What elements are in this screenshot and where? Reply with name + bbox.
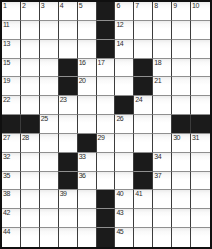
white-cell[interactable] xyxy=(134,21,153,40)
white-cell[interactable]: 21 xyxy=(153,77,172,96)
white-cell[interactable] xyxy=(172,21,191,40)
white-cell[interactable]: 41 xyxy=(134,190,153,209)
white-cell[interactable]: 2 xyxy=(21,2,40,21)
clue-number: 13 xyxy=(3,40,10,48)
clue-number: 14 xyxy=(116,40,123,48)
white-cell[interactable] xyxy=(40,172,59,191)
white-cell[interactable] xyxy=(78,190,97,209)
white-cell[interactable]: 6 xyxy=(115,2,134,21)
white-cell[interactable] xyxy=(78,228,97,247)
white-cell[interactable]: 42 xyxy=(2,209,21,228)
clue-number: 15 xyxy=(3,59,10,67)
clue-number: 7 xyxy=(135,2,138,10)
white-cell[interactable] xyxy=(40,59,59,78)
clue-number: 42 xyxy=(3,209,10,217)
white-cell[interactable] xyxy=(172,153,191,172)
white-cell[interactable]: 17 xyxy=(97,59,116,78)
white-cell[interactable] xyxy=(21,209,40,228)
white-cell[interactable] xyxy=(153,115,172,134)
white-cell[interactable] xyxy=(40,153,59,172)
white-cell[interactable] xyxy=(134,115,153,134)
white-cell[interactable]: 40 xyxy=(115,190,134,209)
black-cell xyxy=(191,115,210,134)
white-cell[interactable]: 27 xyxy=(2,134,21,153)
white-cell[interactable] xyxy=(59,209,78,228)
clue-number: 39 xyxy=(60,190,67,198)
clue-number: 40 xyxy=(116,190,123,198)
white-cell[interactable] xyxy=(172,59,191,78)
white-cell[interactable] xyxy=(40,209,59,228)
white-cell[interactable] xyxy=(59,134,78,153)
clue-number: 29 xyxy=(98,134,105,142)
black-cell xyxy=(59,59,78,78)
clue-number: 9 xyxy=(173,2,176,10)
black-cell xyxy=(97,2,116,21)
white-cell[interactable] xyxy=(21,59,40,78)
white-cell[interactable] xyxy=(191,153,210,172)
white-cell[interactable] xyxy=(134,40,153,59)
white-cell[interactable] xyxy=(191,40,210,59)
white-cell[interactable] xyxy=(191,77,210,96)
black-cell xyxy=(97,21,116,40)
clue-number: 12 xyxy=(116,21,123,29)
white-cell[interactable] xyxy=(78,21,97,40)
white-cell[interactable] xyxy=(153,96,172,115)
white-cell[interactable]: 24 xyxy=(134,96,153,115)
clue-number: 3 xyxy=(41,2,44,10)
white-cell[interactable] xyxy=(40,134,59,153)
clue-number: 10 xyxy=(192,2,199,10)
black-cell xyxy=(97,40,116,59)
clue-number: 43 xyxy=(116,209,123,217)
white-cell[interactable] xyxy=(191,96,210,115)
clue-number: 44 xyxy=(3,228,10,236)
white-cell[interactable] xyxy=(21,77,40,96)
white-cell[interactable] xyxy=(172,190,191,209)
white-cell[interactable]: 37 xyxy=(153,172,172,191)
white-cell[interactable] xyxy=(153,21,172,40)
clue-number: 36 xyxy=(79,172,86,180)
white-cell[interactable]: 34 xyxy=(153,153,172,172)
white-cell[interactable] xyxy=(21,21,40,40)
white-cell[interactable]: 23 xyxy=(59,96,78,115)
clue-number: 34 xyxy=(154,153,161,161)
black-cell xyxy=(134,172,153,191)
black-cell xyxy=(97,190,116,209)
white-cell[interactable] xyxy=(172,228,191,247)
clue-number: 30 xyxy=(173,134,180,142)
white-cell[interactable] xyxy=(40,21,59,40)
clue-number: 41 xyxy=(135,190,142,198)
white-cell[interactable]: 26 xyxy=(115,115,134,134)
white-cell[interactable] xyxy=(115,134,134,153)
white-cell[interactable] xyxy=(78,40,97,59)
white-cell[interactable] xyxy=(59,40,78,59)
clue-number: 21 xyxy=(154,77,161,85)
crossword-board: 1234567891011121314151617181920212223242… xyxy=(0,0,212,249)
white-cell[interactable]: 1 xyxy=(2,2,21,21)
black-cell xyxy=(59,153,78,172)
white-cell[interactable]: 31 xyxy=(191,134,210,153)
white-cell[interactable] xyxy=(97,153,116,172)
white-cell[interactable] xyxy=(78,115,97,134)
white-cell[interactable]: 35 xyxy=(2,172,21,191)
white-cell[interactable] xyxy=(191,190,210,209)
black-cell xyxy=(134,77,153,96)
white-cell[interactable]: 44 xyxy=(2,228,21,247)
white-cell[interactable]: 28 xyxy=(21,134,40,153)
clue-number: 11 xyxy=(3,21,9,29)
clue-number: 31 xyxy=(192,134,199,142)
white-cell[interactable]: 45 xyxy=(115,228,134,247)
white-cell[interactable]: 4 xyxy=(59,2,78,21)
white-cell[interactable] xyxy=(40,40,59,59)
white-cell[interactable] xyxy=(172,77,191,96)
white-cell[interactable] xyxy=(191,209,210,228)
clue-number: 23 xyxy=(60,96,67,104)
clue-number: 8 xyxy=(154,2,157,10)
black-cell xyxy=(115,96,134,115)
clue-number: 16 xyxy=(79,59,86,67)
white-cell[interactable]: 3 xyxy=(40,2,59,21)
white-cell[interactable] xyxy=(115,153,134,172)
white-cell[interactable] xyxy=(40,190,59,209)
clue-number: 27 xyxy=(3,134,10,142)
white-cell[interactable]: 39 xyxy=(59,190,78,209)
white-cell[interactable]: 33 xyxy=(78,153,97,172)
white-cell[interactable] xyxy=(78,209,97,228)
white-cell[interactable] xyxy=(153,40,172,59)
clue-number: 2 xyxy=(22,2,25,10)
white-cell[interactable] xyxy=(153,190,172,209)
black-cell xyxy=(97,209,116,228)
white-cell[interactable]: 9 xyxy=(172,2,191,21)
white-cell[interactable]: 10 xyxy=(191,2,210,21)
black-cell xyxy=(2,115,21,134)
clue-number: 20 xyxy=(79,77,86,85)
white-cell[interactable] xyxy=(134,209,153,228)
white-cell[interactable]: 7 xyxy=(134,2,153,21)
white-cell[interactable] xyxy=(191,21,210,40)
white-cell[interactable] xyxy=(21,96,40,115)
white-cell[interactable] xyxy=(191,228,210,247)
white-cell[interactable] xyxy=(97,77,116,96)
white-cell[interactable] xyxy=(191,59,210,78)
clue-number: 18 xyxy=(154,59,161,67)
white-cell[interactable] xyxy=(172,172,191,191)
white-cell[interactable] xyxy=(172,96,191,115)
white-cell[interactable] xyxy=(59,228,78,247)
black-cell xyxy=(134,153,153,172)
clue-number: 35 xyxy=(3,172,10,180)
white-cell[interactable]: 8 xyxy=(153,2,172,21)
black-cell xyxy=(59,77,78,96)
clue-number: 17 xyxy=(98,59,105,67)
white-cell[interactable] xyxy=(78,96,97,115)
white-cell[interactable] xyxy=(21,153,40,172)
clue-number: 1 xyxy=(3,2,6,10)
white-cell[interactable] xyxy=(97,172,116,191)
white-cell[interactable]: 15 xyxy=(2,59,21,78)
white-cell[interactable]: 36 xyxy=(78,172,97,191)
clue-number: 32 xyxy=(3,153,10,161)
white-cell[interactable] xyxy=(115,77,134,96)
white-cell[interactable] xyxy=(134,134,153,153)
white-cell[interactable] xyxy=(172,209,191,228)
black-cell xyxy=(97,228,116,247)
white-cell[interactable]: 22 xyxy=(2,96,21,115)
white-cell[interactable]: 5 xyxy=(78,2,97,21)
black-cell xyxy=(172,115,191,134)
clue-number: 26 xyxy=(116,115,123,123)
white-cell[interactable]: 38 xyxy=(2,190,21,209)
white-cell[interactable] xyxy=(97,115,116,134)
clue-number: 6 xyxy=(116,2,119,10)
white-cell[interactable] xyxy=(40,96,59,115)
white-cell[interactable]: 13 xyxy=(2,40,21,59)
black-cell xyxy=(59,172,78,191)
clue-number: 24 xyxy=(135,96,142,104)
white-cell[interactable] xyxy=(172,40,191,59)
clue-number: 4 xyxy=(60,2,63,10)
clue-number: 5 xyxy=(79,2,82,10)
white-cell[interactable]: 30 xyxy=(172,134,191,153)
white-cell[interactable] xyxy=(21,40,40,59)
white-cell[interactable]: 19 xyxy=(2,77,21,96)
black-cell xyxy=(21,115,40,134)
white-cell[interactable] xyxy=(153,134,172,153)
white-cell[interactable] xyxy=(59,115,78,134)
white-cell[interactable]: 11 xyxy=(2,21,21,40)
white-cell[interactable] xyxy=(191,172,210,191)
white-cell[interactable]: 32 xyxy=(2,153,21,172)
white-cell[interactable] xyxy=(40,77,59,96)
white-cell[interactable] xyxy=(21,172,40,191)
white-cell[interactable] xyxy=(21,190,40,209)
white-cell[interactable]: 43 xyxy=(115,209,134,228)
clue-number: 38 xyxy=(3,190,10,198)
black-cell xyxy=(134,59,153,78)
clue-number: 45 xyxy=(116,228,123,236)
white-cell[interactable] xyxy=(153,228,172,247)
clue-number: 19 xyxy=(3,77,10,85)
clue-number: 28 xyxy=(22,134,29,142)
clue-number: 22 xyxy=(3,96,10,104)
white-cell[interactable] xyxy=(59,21,78,40)
clue-number: 33 xyxy=(79,153,86,161)
white-cell[interactable]: 29 xyxy=(97,134,116,153)
white-cell[interactable] xyxy=(115,59,134,78)
white-cell[interactable]: 25 xyxy=(40,115,59,134)
white-cell[interactable]: 18 xyxy=(153,59,172,78)
white-cell[interactable] xyxy=(134,228,153,247)
white-cell[interactable]: 20 xyxy=(78,77,97,96)
clue-number: 37 xyxy=(154,172,161,180)
clue-number: 25 xyxy=(41,115,48,123)
white-cell[interactable]: 14 xyxy=(115,40,134,59)
white-cell[interactable] xyxy=(115,172,134,191)
white-cell[interactable]: 12 xyxy=(115,21,134,40)
white-cell[interactable] xyxy=(153,209,172,228)
white-cell[interactable] xyxy=(21,228,40,247)
white-cell[interactable] xyxy=(40,228,59,247)
white-cell[interactable]: 16 xyxy=(78,59,97,78)
white-cell[interactable] xyxy=(97,96,116,115)
black-cell xyxy=(78,134,97,153)
